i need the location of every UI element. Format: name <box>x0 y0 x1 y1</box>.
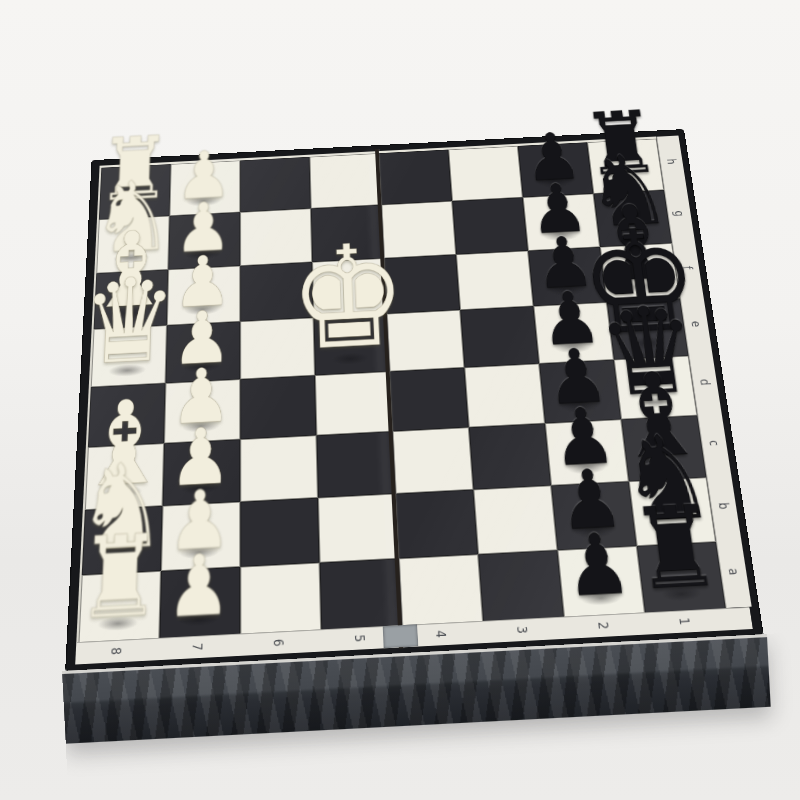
board-square-e3 <box>460 306 539 367</box>
board-square-c4 <box>393 427 474 493</box>
board-square-a6 <box>240 563 321 635</box>
product-photo-stage: 87654321 hgfedcba ♜♟♟♜♞♟♟♞♝♟♟♝♛♟♚♟♚♟♟♛♝♟… <box>0 0 800 800</box>
board-square-a8 <box>78 571 161 643</box>
board-square-b7 <box>161 502 240 571</box>
board-square-b6 <box>240 498 319 567</box>
board-square-c6 <box>240 435 318 501</box>
board-square-a2 <box>557 546 645 618</box>
board-square-h6 <box>240 157 311 212</box>
board-square-b5 <box>318 494 399 563</box>
chess-board: 87654321 hgfedcba ♜♟♟♜♞♟♟♞♝♟♟♝♛♟♚♟♚♟♟♛♝♟… <box>66 130 762 671</box>
queen-glyph: ♛ <box>78 264 178 379</box>
board-square-d5 <box>315 371 393 435</box>
board-square-c3 <box>469 423 551 489</box>
board-square-g3 <box>452 197 528 254</box>
board-square-c5 <box>316 431 395 497</box>
board-square-d6 <box>240 375 316 439</box>
board-square-a4 <box>399 554 483 626</box>
board-square-d4 <box>390 368 469 432</box>
king-glyph: ♚ <box>288 228 410 368</box>
board-square-h4 <box>379 150 452 205</box>
board-square-h5 <box>310 153 382 208</box>
board-square-f3 <box>456 251 533 310</box>
board-square-a7 <box>159 567 240 639</box>
board-square-b3 <box>473 486 557 555</box>
board-square-a1 <box>637 542 726 613</box>
board-square-a3 <box>478 550 564 622</box>
board-square-b4 <box>396 490 478 559</box>
board-square-a5 <box>320 559 403 631</box>
board-square-b2 <box>551 481 637 550</box>
board-square-d3 <box>464 364 545 428</box>
board-square-h3 <box>448 146 522 201</box>
